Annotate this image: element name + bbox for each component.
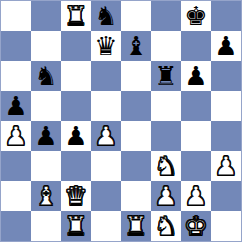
square-c4[interactable]: ♟ bbox=[61, 121, 91, 151]
square-d7[interactable]: ♛ bbox=[91, 31, 121, 61]
square-d5[interactable] bbox=[91, 91, 121, 121]
black-queen[interactable]: ♛ bbox=[94, 31, 117, 61]
square-d4[interactable]: ♟ bbox=[91, 121, 121, 151]
square-c1[interactable]: ♜ bbox=[61, 211, 91, 241]
square-f5[interactable] bbox=[151, 91, 181, 121]
square-b7[interactable] bbox=[31, 31, 61, 61]
square-c8[interactable]: ♜ bbox=[61, 1, 91, 31]
square-g3[interactable] bbox=[181, 151, 211, 181]
square-a1[interactable] bbox=[1, 211, 31, 241]
black-pawn[interactable]: ♟ bbox=[34, 121, 57, 151]
square-a6[interactable] bbox=[1, 61, 31, 91]
square-f2[interactable]: ♟ bbox=[151, 181, 181, 211]
white-knight[interactable]: ♞ bbox=[154, 211, 177, 241]
square-h7[interactable]: ♟ bbox=[211, 31, 241, 61]
black-pawn[interactable]: ♟ bbox=[214, 31, 237, 61]
white-rook[interactable]: ♜ bbox=[64, 211, 87, 241]
square-f4[interactable] bbox=[151, 121, 181, 151]
square-f3[interactable]: ♞ bbox=[151, 151, 181, 181]
square-b8[interactable] bbox=[31, 1, 61, 31]
square-a4[interactable]: ♟ bbox=[1, 121, 31, 151]
square-c3[interactable] bbox=[61, 151, 91, 181]
white-pawn[interactable]: ♟ bbox=[184, 181, 207, 211]
square-e5[interactable] bbox=[121, 91, 151, 121]
square-e1[interactable]: ♜ bbox=[121, 211, 151, 241]
white-rook[interactable]: ♜ bbox=[64, 1, 87, 31]
black-knight[interactable]: ♞ bbox=[94, 1, 117, 31]
square-g6[interactable]: ♟ bbox=[181, 61, 211, 91]
square-h5[interactable] bbox=[211, 91, 241, 121]
square-g7[interactable] bbox=[181, 31, 211, 61]
white-rook[interactable]: ♜ bbox=[124, 211, 147, 241]
white-pawn[interactable]: ♟ bbox=[154, 181, 177, 211]
square-d1[interactable] bbox=[91, 211, 121, 241]
square-h6[interactable] bbox=[211, 61, 241, 91]
square-g8[interactable]: ♚ bbox=[181, 1, 211, 31]
white-pawn[interactable]: ♟ bbox=[94, 121, 117, 151]
square-f7[interactable] bbox=[151, 31, 181, 61]
square-h2[interactable] bbox=[211, 181, 241, 211]
square-b1[interactable] bbox=[31, 211, 61, 241]
black-pawn[interactable]: ♟ bbox=[64, 121, 87, 151]
square-d6[interactable] bbox=[91, 61, 121, 91]
white-queen[interactable]: ♛ bbox=[64, 181, 87, 211]
square-e6[interactable] bbox=[121, 61, 151, 91]
square-g1[interactable]: ♚ bbox=[181, 211, 211, 241]
square-g5[interactable] bbox=[181, 91, 211, 121]
square-b5[interactable] bbox=[31, 91, 61, 121]
square-a8[interactable] bbox=[1, 1, 31, 31]
square-c2[interactable]: ♛ bbox=[61, 181, 91, 211]
black-king[interactable]: ♚ bbox=[184, 1, 207, 31]
square-e3[interactable] bbox=[121, 151, 151, 181]
square-b4[interactable]: ♟ bbox=[31, 121, 61, 151]
square-e7[interactable]: ♝ bbox=[121, 31, 151, 61]
black-knight[interactable]: ♞ bbox=[34, 61, 57, 91]
square-b6[interactable]: ♞ bbox=[31, 61, 61, 91]
square-f8[interactable] bbox=[151, 1, 181, 31]
white-knight[interactable]: ♞ bbox=[154, 151, 177, 181]
square-f6[interactable]: ♜ bbox=[151, 61, 181, 91]
square-e4[interactable] bbox=[121, 121, 151, 151]
square-d8[interactable]: ♞ bbox=[91, 1, 121, 31]
square-a2[interactable] bbox=[1, 181, 31, 211]
square-d3[interactable] bbox=[91, 151, 121, 181]
white-pawn[interactable]: ♟ bbox=[214, 151, 237, 181]
square-e2[interactable] bbox=[121, 181, 151, 211]
white-bishop[interactable]: ♝ bbox=[34, 181, 57, 211]
white-king[interactable]: ♚ bbox=[184, 211, 207, 241]
square-c5[interactable] bbox=[61, 91, 91, 121]
square-b2[interactable]: ♝ bbox=[31, 181, 61, 211]
square-c6[interactable] bbox=[61, 61, 91, 91]
black-bishop[interactable]: ♝ bbox=[124, 31, 147, 61]
square-d2[interactable] bbox=[91, 181, 121, 211]
square-h3[interactable]: ♟ bbox=[211, 151, 241, 181]
square-h1[interactable] bbox=[211, 211, 241, 241]
square-b3[interactable] bbox=[31, 151, 61, 181]
square-h4[interactable] bbox=[211, 121, 241, 151]
square-g2[interactable]: ♟ bbox=[181, 181, 211, 211]
square-a7[interactable] bbox=[1, 31, 31, 61]
black-rook[interactable]: ♜ bbox=[154, 61, 177, 91]
square-c7[interactable] bbox=[61, 31, 91, 61]
black-pawn[interactable]: ♟ bbox=[184, 61, 207, 91]
square-h8[interactable] bbox=[211, 1, 241, 31]
square-a3[interactable] bbox=[1, 151, 31, 181]
chess-board: ♜♞♚♛♝♟♞♜♟♟♟♟♟♟♞♟♝♛♟♟♜♜♞♚ bbox=[0, 0, 242, 242]
square-f1[interactable]: ♞ bbox=[151, 211, 181, 241]
white-pawn[interactable]: ♟ bbox=[4, 121, 27, 151]
black-pawn[interactable]: ♟ bbox=[4, 91, 27, 121]
square-g4[interactable] bbox=[181, 121, 211, 151]
square-e8[interactable] bbox=[121, 1, 151, 31]
square-a5[interactable]: ♟ bbox=[1, 91, 31, 121]
